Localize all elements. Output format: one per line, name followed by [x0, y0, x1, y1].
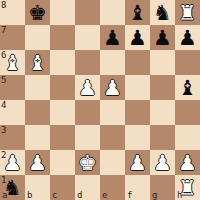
square-g5[interactable] [150, 75, 175, 100]
square-g2[interactable]: ♟ [150, 150, 175, 175]
piece-white-pawn-g2[interactable]: ♟ [150, 150, 175, 175]
square-e1[interactable]: e [100, 175, 125, 200]
square-a6[interactable]: 6♝ [0, 50, 25, 75]
square-f1[interactable]: f [125, 175, 150, 200]
piece-white-king-d2[interactable]: ♚ [75, 150, 100, 175]
square-f8[interactable]: ♝ [125, 0, 150, 25]
piece-black-pawn-e7[interactable]: ♟ [100, 25, 125, 50]
piece-black-bishop-h5[interactable]: ♝ [175, 75, 200, 100]
piece-black-pawn-h7[interactable]: ♟ [175, 25, 200, 50]
file-label-g: g [152, 190, 157, 200]
square-e3[interactable] [100, 125, 125, 150]
square-e5[interactable]: ♟ [100, 75, 125, 100]
piece-white-pawn-e5[interactable]: ♟ [100, 75, 125, 100]
piece-white-pawn-b2[interactable]: ♟ [25, 150, 50, 175]
square-g4[interactable] [150, 100, 175, 125]
rank-label-8: 8 [1, 0, 6, 11]
file-label-e: e [102, 190, 107, 200]
rank-label-1: 1 [1, 175, 6, 186]
square-b4[interactable] [25, 100, 50, 125]
piece-white-pawn-h2[interactable]: ♟ [175, 150, 200, 175]
piece-black-pawn-f7[interactable]: ♟ [125, 25, 150, 50]
square-f5[interactable] [125, 75, 150, 100]
piece-white-rook-h1[interactable]: ♜ [175, 175, 200, 200]
square-g7[interactable]: ♟ [150, 25, 175, 50]
chess-board: 8♚♝♞♜7♟♟♟♟6♝♝5♟♟♝432♟♟♚♟♟♟1a♞bcdefgh♜ [0, 0, 200, 200]
rank-label-3: 3 [1, 125, 6, 136]
square-b3[interactable] [25, 125, 50, 150]
square-f3[interactable] [125, 125, 150, 150]
piece-white-rook-h8[interactable]: ♜ [175, 0, 200, 25]
square-d5[interactable]: ♟ [75, 75, 100, 100]
square-h8[interactable]: ♜ [175, 0, 200, 25]
square-a2[interactable]: 2♟ [0, 150, 25, 175]
square-g3[interactable] [150, 125, 175, 150]
square-c7[interactable] [50, 25, 75, 50]
square-a8[interactable]: 8 [0, 0, 25, 25]
square-g1[interactable]: g [150, 175, 175, 200]
square-h2[interactable]: ♟ [175, 150, 200, 175]
piece-black-knight-g8[interactable]: ♞ [150, 0, 175, 25]
square-g6[interactable] [150, 50, 175, 75]
square-a4[interactable]: 4 [0, 100, 25, 125]
piece-white-pawn-d5[interactable]: ♟ [75, 75, 100, 100]
square-c3[interactable] [50, 125, 75, 150]
square-d8[interactable] [75, 0, 100, 25]
square-f7[interactable]: ♟ [125, 25, 150, 50]
square-h1[interactable]: h♜ [175, 175, 200, 200]
square-c5[interactable] [50, 75, 75, 100]
square-c1[interactable]: c [50, 175, 75, 200]
square-a3[interactable]: 3 [0, 125, 25, 150]
piece-black-pawn-g7[interactable]: ♟ [150, 25, 175, 50]
square-b2[interactable]: ♟ [25, 150, 50, 175]
rank-label-2: 2 [1, 150, 6, 161]
square-d1[interactable]: d [75, 175, 100, 200]
square-e2[interactable] [100, 150, 125, 175]
square-b8[interactable]: ♚ [25, 0, 50, 25]
chess-app: 8♚♝♞♜7♟♟♟♟6♝♝5♟♟♝432♟♟♚♟♟♟1a♞bcdefgh♜ [0, 0, 200, 200]
square-c6[interactable] [50, 50, 75, 75]
square-a7[interactable]: 7 [0, 25, 25, 50]
square-d4[interactable] [75, 100, 100, 125]
rank-label-6: 6 [1, 50, 6, 61]
piece-black-king-b8[interactable]: ♚ [25, 0, 50, 25]
square-d7[interactable] [75, 25, 100, 50]
square-d2[interactable]: ♚ [75, 150, 100, 175]
rank-label-7: 7 [1, 25, 6, 36]
file-label-b: b [27, 190, 32, 200]
piece-white-bishop-b6[interactable]: ♝ [25, 50, 50, 75]
square-f2[interactable]: ♟ [125, 150, 150, 175]
square-e4[interactable] [100, 100, 125, 125]
square-h4[interactable] [175, 100, 200, 125]
file-label-f: f [127, 190, 132, 200]
square-b6[interactable]: ♝ [25, 50, 50, 75]
piece-black-bishop-f8[interactable]: ♝ [125, 0, 150, 25]
square-c4[interactable] [50, 100, 75, 125]
rank-label-5: 5 [1, 75, 6, 86]
square-g8[interactable]: ♞ [150, 0, 175, 25]
square-b7[interactable] [25, 25, 50, 50]
file-label-c: c [52, 190, 57, 200]
square-c8[interactable] [50, 0, 75, 25]
square-f6[interactable] [125, 50, 150, 75]
square-e8[interactable] [100, 0, 125, 25]
square-e6[interactable] [100, 50, 125, 75]
square-a5[interactable]: 5 [0, 75, 25, 100]
square-h3[interactable] [175, 125, 200, 150]
square-h6[interactable] [175, 50, 200, 75]
square-b5[interactable] [25, 75, 50, 100]
square-d3[interactable] [75, 125, 100, 150]
file-label-d: d [77, 190, 82, 200]
square-c2[interactable] [50, 150, 75, 175]
rank-label-4: 4 [1, 100, 6, 111]
square-h7[interactable]: ♟ [175, 25, 200, 50]
square-e7[interactable]: ♟ [100, 25, 125, 50]
square-d6[interactable] [75, 50, 100, 75]
square-a1[interactable]: 1a♞ [0, 175, 25, 200]
square-f4[interactable] [125, 100, 150, 125]
square-b1[interactable]: b [25, 175, 50, 200]
square-h5[interactable]: ♝ [175, 75, 200, 100]
piece-white-pawn-f2[interactable]: ♟ [125, 150, 150, 175]
